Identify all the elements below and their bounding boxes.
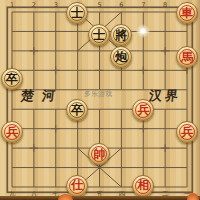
- piece-black-cannon[interactable]: 炮: [110, 46, 132, 68]
- piece-red-chariot[interactable]: 車: [176, 2, 198, 24]
- piece-glyph: 兵: [181, 126, 193, 138]
- tray-piece-peek: [58, 194, 73, 200]
- piece-black-soldier[interactable]: 卒: [66, 99, 88, 121]
- piece-glyph: 相: [137, 179, 149, 191]
- piece-black-advisor[interactable]: 士: [66, 2, 88, 24]
- piece-red-soldier[interactable]: 兵: [1, 121, 23, 143]
- piece-glyph: 士: [71, 7, 83, 19]
- board-bottom-edge: [0, 196, 200, 200]
- piece-glyph: 炮: [115, 51, 127, 63]
- piece-black-soldier[interactable]: 卒: [1, 68, 23, 90]
- piece-red-horse[interactable]: 馬: [176, 46, 198, 68]
- piece-red-general[interactable]: 帥: [88, 143, 110, 165]
- piece-glyph: 將: [115, 29, 127, 41]
- piece-red-soldier[interactable]: 兵: [132, 99, 154, 121]
- piece-glyph: 卒: [6, 73, 18, 85]
- piece-glyph: 車: [181, 7, 193, 19]
- tray-piece-peek: [187, 193, 199, 200]
- piece-glyph: 卒: [71, 104, 83, 116]
- piece-glyph: 帥: [93, 148, 105, 160]
- piece-glyph: 兵: [137, 104, 149, 116]
- piece-red-elephant[interactable]: 相: [132, 175, 154, 197]
- piece-red-advisor[interactable]: 仕: [66, 175, 88, 197]
- piece-black-advisor[interactable]: 士: [88, 24, 110, 46]
- piece-glyph: 仕: [71, 179, 83, 191]
- piece-glyph: 士: [93, 29, 105, 41]
- piece-glyph: 馬: [181, 51, 193, 63]
- piece-red-soldier[interactable]: 兵: [176, 121, 198, 143]
- piece-glyph: 兵: [6, 126, 18, 138]
- piece-black-general[interactable]: 將: [110, 24, 132, 46]
- pieces-layer: 士士將炮卒卒車馬兵兵兵帥仕相: [1, 2, 198, 196]
- xiangqi-board[interactable]: 123456789 九八七六五四三二一 楚河 多乐游戏 汉界 士士將炮卒卒車馬兵…: [0, 0, 200, 200]
